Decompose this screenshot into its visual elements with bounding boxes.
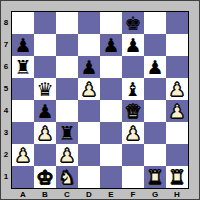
square-h4[interactable]: ♟ — [166, 100, 188, 122]
square-b6[interactable] — [34, 56, 56, 78]
square-b3[interactable]: ♟ — [34, 122, 56, 144]
square-f6[interactable] — [122, 56, 144, 78]
white-pawn: ♟ — [166, 100, 188, 122]
white-knight: ♞ — [56, 166, 78, 188]
square-f5[interactable]: ♝ — [122, 78, 144, 100]
square-e2[interactable] — [100, 144, 122, 166]
black-pawn: ♟ — [144, 56, 166, 78]
square-c2[interactable]: ♟ — [56, 144, 78, 166]
square-d2[interactable] — [78, 144, 100, 166]
square-b5[interactable]: ♛ — [34, 78, 56, 100]
white-pawn: ♟ — [56, 144, 78, 166]
white-pawn: ♟ — [12, 144, 34, 166]
rank-label-3: 3 — [1, 122, 11, 144]
square-g7[interactable] — [144, 34, 166, 56]
square-b2[interactable] — [34, 144, 56, 166]
square-f3[interactable]: ♟ — [122, 122, 144, 144]
black-bishop: ♝ — [122, 78, 144, 100]
square-c6[interactable] — [56, 56, 78, 78]
board: ♚♟♟♟♜♟♟♛♟♝♟♟♛♟♟♜♟♟♟♚♞♜♜ — [11, 11, 189, 189]
square-a4[interactable] — [12, 100, 34, 122]
square-e1[interactable] — [100, 166, 122, 188]
square-g1[interactable]: ♜ — [144, 166, 166, 188]
square-d7[interactable] — [78, 34, 100, 56]
white-pawn: ♟ — [78, 78, 100, 100]
square-h1[interactable]: ♜ — [166, 166, 188, 188]
square-b7[interactable] — [34, 34, 56, 56]
square-d5[interactable]: ♟ — [78, 78, 100, 100]
square-d6[interactable]: ♟ — [78, 56, 100, 78]
white-pawn: ♟ — [166, 78, 188, 100]
square-e5[interactable] — [100, 78, 122, 100]
square-h7[interactable] — [166, 34, 188, 56]
chess-diagram: ♚♟♟♟♜♟♟♛♟♝♟♟♛♟♟♜♟♟♟♚♞♜♜ 87654321 ABCDEFG… — [0, 0, 200, 200]
square-e8[interactable] — [100, 12, 122, 34]
black-rook: ♜ — [12, 56, 34, 78]
square-d8[interactable] — [78, 12, 100, 34]
square-a8[interactable] — [12, 12, 34, 34]
square-g4[interactable] — [144, 100, 166, 122]
square-e7[interactable]: ♟ — [100, 34, 122, 56]
square-c1[interactable]: ♞ — [56, 166, 78, 188]
white-pawn: ♟ — [34, 122, 56, 144]
square-f2[interactable] — [122, 144, 144, 166]
square-a3[interactable] — [12, 122, 34, 144]
file-label-a: A — [12, 190, 34, 200]
rank-label-6: 6 — [1, 56, 11, 78]
black-pawn: ♟ — [12, 34, 34, 56]
white-rook: ♜ — [166, 166, 188, 188]
square-f7[interactable]: ♟ — [122, 34, 144, 56]
black-king: ♚ — [122, 12, 144, 34]
black-pawn: ♟ — [34, 100, 56, 122]
white-rook: ♜ — [144, 166, 166, 188]
file-label-f: F — [122, 190, 144, 200]
rank-label-4: 4 — [1, 100, 11, 122]
square-a5[interactable] — [12, 78, 34, 100]
square-b8[interactable] — [34, 12, 56, 34]
file-label-d: D — [78, 190, 100, 200]
square-c8[interactable] — [56, 12, 78, 34]
square-h5[interactable]: ♟ — [166, 78, 188, 100]
black-pawn: ♟ — [122, 34, 144, 56]
square-f8[interactable]: ♚ — [122, 12, 144, 34]
square-g6[interactable]: ♟ — [144, 56, 166, 78]
square-a1[interactable] — [12, 166, 34, 188]
square-d1[interactable] — [78, 166, 100, 188]
square-f1[interactable] — [122, 166, 144, 188]
black-pawn: ♟ — [100, 34, 122, 56]
rank-label-2: 2 — [1, 144, 11, 166]
square-a7[interactable]: ♟ — [12, 34, 34, 56]
file-label-c: C — [56, 190, 78, 200]
square-h3[interactable] — [166, 122, 188, 144]
square-g8[interactable] — [144, 12, 166, 34]
file-label-b: B — [34, 190, 56, 200]
rank-label-7: 7 — [1, 34, 11, 56]
black-pawn: ♟ — [78, 56, 100, 78]
white-pawn: ♟ — [122, 122, 144, 144]
square-e4[interactable] — [100, 100, 122, 122]
square-b4[interactable]: ♟ — [34, 100, 56, 122]
file-label-e: E — [100, 190, 122, 200]
square-d3[interactable] — [78, 122, 100, 144]
file-label-h: H — [166, 190, 188, 200]
square-c5[interactable] — [56, 78, 78, 100]
square-c7[interactable] — [56, 34, 78, 56]
square-e6[interactable] — [100, 56, 122, 78]
square-e3[interactable] — [100, 122, 122, 144]
square-a6[interactable]: ♜ — [12, 56, 34, 78]
white-king: ♚ — [34, 166, 56, 188]
square-g2[interactable] — [144, 144, 166, 166]
square-d4[interactable] — [78, 100, 100, 122]
square-a2[interactable]: ♟ — [12, 144, 34, 166]
rank-label-5: 5 — [1, 78, 11, 100]
square-b1[interactable]: ♚ — [34, 166, 56, 188]
rank-label-8: 8 — [1, 12, 11, 34]
square-g5[interactable] — [144, 78, 166, 100]
square-f4[interactable]: ♛ — [122, 100, 144, 122]
square-h8[interactable] — [166, 12, 188, 34]
square-h2[interactable] — [166, 144, 188, 166]
black-queen: ♛ — [34, 78, 56, 100]
file-label-g: G — [144, 190, 166, 200]
square-h6[interactable] — [166, 56, 188, 78]
black-rook: ♜ — [56, 122, 78, 144]
square-c3[interactable]: ♜ — [56, 122, 78, 144]
white-queen: ♛ — [122, 100, 144, 122]
square-c4[interactable] — [56, 100, 78, 122]
square-g3[interactable] — [144, 122, 166, 144]
rank-label-1: 1 — [1, 166, 11, 188]
